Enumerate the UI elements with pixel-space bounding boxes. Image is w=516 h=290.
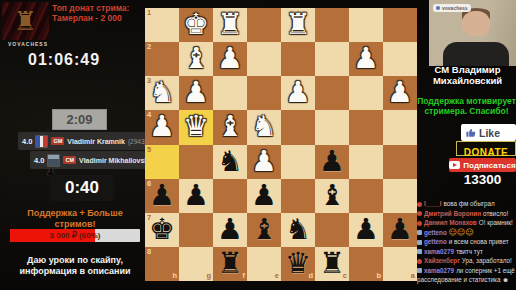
square-e2[interactable] [247,42,281,76]
rank-label-2: 2 [147,43,151,51]
rank-label-1: 1 [147,9,151,17]
square-a7[interactable]: ♟ [383,213,417,247]
square-b8[interactable]: b [349,247,383,281]
file-label-g: g [206,272,211,280]
donation-progress-bar: 3 000 ₽ (60%) [10,229,140,242]
chat-username[interactable]: xama0279 [424,248,454,255]
title-badge-bottom: CM [63,156,76,164]
title-badge-top: GM [51,137,64,145]
black-queen: ♛ [281,247,315,281]
player-bar-top: 4.0 GM Vladimir Kramnik (2943) [18,132,147,150]
square-d4[interactable] [281,110,315,144]
like-label: Like [479,127,500,139]
white-pawn: ♟ [383,76,417,110]
square-d1[interactable]: ♜ [281,8,315,42]
square-e5[interactable]: ♟ [247,145,281,179]
square-a4[interactable] [383,110,417,144]
chat-text: ли соперник +1 ещё [456,267,515,274]
square-c5[interactable]: ♟ [315,145,349,179]
logo-rook-icon: ♜ [14,6,37,36]
square-f3[interactable] [213,76,247,110]
white-knight: ♞ [247,110,281,144]
player-flag-icon [35,135,48,148]
blue-badge-icon [417,230,422,235]
square-b6[interactable] [349,179,383,213]
chat-message: getteno☺☺☺ [417,228,516,238]
square-f5[interactable]: ♞ [213,145,247,179]
chat-text: расследование и статистика ☻ [417,276,509,283]
donate-label: DONATE [464,147,508,158]
subscribe-label: Подписаться [463,161,515,170]
blue-badge-icon [417,268,422,273]
white-pawn: ♟ [349,42,383,76]
black-rook: ♜ [213,247,247,281]
square-c2[interactable] [315,42,349,76]
chat-message: ХайзенбергУра, заработало! [417,256,516,266]
red-badge-icon [417,221,422,226]
chat-message: Дмитрий Воронинотвисло! [417,209,516,219]
black-pawn: ♟ [179,179,213,213]
square-f1[interactable]: ♜ [213,8,247,42]
black-pawn: ♟ [315,145,349,179]
donate-button[interactable]: DONATE [456,141,516,156]
support-note-line2: стримера. Спасибо! [417,106,516,116]
white-bishop: ♝ [179,42,213,76]
file-label-a: a [411,272,415,280]
square-e6[interactable]: ♟ [247,179,281,213]
support-note-line1: Поддержка мотивирует [417,96,516,106]
square-a3[interactable]: ♟ [383,76,417,110]
support-note: Поддержка мотивирует стримера. Спасибо! [417,96,516,116]
square-b1[interactable] [349,8,383,42]
black-bishop: ♝ [315,179,349,213]
chess-board: 1♚♜♜2♝♟♟3♞♟♟♟4♟♛♝♞5♞♟♟6♟♟♟♝7♚♟♝♞♟♟8hgf♜e… [145,8,417,281]
blue-badge-icon [417,240,422,245]
thumbs-up-icon [465,127,476,138]
lessons-note: Даю уроки по скайпу, информация в описан… [4,255,146,277]
square-g7[interactable] [179,213,213,247]
player-name-top: Vladimir Kramnik [67,138,125,145]
support-headline: Поддержка + Больше стримов! [6,208,144,229]
square-h7[interactable]: 7♚ [145,213,179,247]
chat-text: и всем снова привет [449,238,509,245]
square-d8[interactable]: d♛ [281,247,315,281]
square-b2[interactable]: ♟ [349,42,383,76]
white-queen: ♛ [179,110,213,144]
square-g1[interactable]: ♚ [179,8,213,42]
chat-text: твитч тут [456,248,483,255]
black-pawn: ♟ [247,179,281,213]
square-c8[interactable]: c♜ [315,247,349,281]
clock-top-player: 2:09 [52,109,107,130]
square-g6[interactable]: ♟ [179,179,213,213]
square-a2[interactable] [383,42,417,76]
chat-username[interactable]: xama0279 [424,267,454,274]
streamer-face [462,11,490,36]
file-label-b: b [376,272,381,280]
youtube-play-icon [449,161,460,169]
rank-label-5: 5 [147,146,151,154]
score-bottom: 4.0 [34,156,44,165]
chat-username[interactable]: Дмитрий Воронин [424,210,481,217]
square-f7[interactable]: ♟ [213,213,247,247]
square-b3[interactable] [349,76,383,110]
chat-username[interactable]: Хайзенберг [424,257,460,264]
top-donation: Топ донат стрима: Тамерлан - 2 000 [52,3,144,23]
black-pawn: ♟ [349,213,383,247]
square-d7[interactable]: ♞ [281,213,315,247]
square-e1[interactable] [247,8,281,42]
square-f6[interactable] [213,179,247,213]
black-pawn: ♟ [145,179,179,213]
blue-badge-icon [417,249,422,254]
white-knight: ♞ [145,76,179,110]
black-pawn: ♟ [383,213,417,247]
black-knight: ♞ [213,145,247,179]
chat-username[interactable]: Даниил Монахов [424,219,477,226]
white-rook: ♜ [281,8,315,42]
square-f4[interactable]: ♝ [213,110,247,144]
score-top: 4.0 [22,137,32,146]
webcam-badge-icon [436,6,440,10]
player-rating-top: (2943) [128,138,147,145]
player-name-bottom: Vladimir Mikhailovsky [79,157,152,164]
square-e3[interactable] [247,76,281,110]
rank-label-8: 8 [147,248,151,256]
red-badge-icon [417,211,422,216]
white-bishop: ♝ [213,110,247,144]
streamer-body [443,42,509,66]
square-g4[interactable]: ♛ [179,110,213,144]
top-donation-value: Тамерлан - 2 000 [52,13,144,23]
black-knight: ♞ [281,213,315,247]
square-c1[interactable] [315,8,349,42]
white-pawn: ♟ [179,76,213,110]
square-c7[interactable] [315,213,349,247]
session-timer: 01:06:49 [28,51,100,69]
square-h4[interactable]: 4♟ [145,110,179,144]
white-pawn: ♟ [213,42,247,76]
channel-name: VOVACHESS [2,41,54,47]
square-b5[interactable] [349,145,383,179]
square-d5[interactable] [281,145,315,179]
chat-text: О! крамник! [479,219,513,226]
square-g2[interactable]: ♝ [179,42,213,76]
square-b4[interactable] [349,110,383,144]
square-g5[interactable] [179,145,213,179]
stream-background: ♜ VOVACHESS Топ донат стрима: Тамерлан -… [0,0,516,290]
streamer-caption-line2: Михайловский [419,75,516,86]
square-e4[interactable]: ♞ [247,110,281,144]
square-b7[interactable]: ♟ [349,213,383,247]
black-rook: ♜ [315,247,349,281]
square-g3[interactable]: ♟ [179,76,213,110]
square-e8[interactable]: e [247,247,281,281]
chat-message: расследование и статистика ☻ [417,275,516,285]
subscriber-count: 13300 [449,172,516,187]
like-button[interactable]: Like [461,124,516,141]
red-badge-icon [417,202,422,207]
chat-emotes: ☺☺☺ [449,228,474,237]
streamer-caption: СМ Владимир Михайловский [419,64,516,86]
square-c6[interactable]: ♝ [315,179,349,213]
white-king: ♚ [179,8,213,42]
square-c4[interactable] [315,110,349,144]
white-pawn: ♟ [145,110,179,144]
square-h6[interactable]: 6♟ [145,179,179,213]
square-a6[interactable] [383,179,417,213]
square-e7[interactable]: ♝ [247,213,281,247]
subscribe-button[interactable]: Подписаться [449,158,516,172]
webcam-badge: vovachess [433,4,471,12]
square-c3[interactable] [315,76,349,110]
channel-logo: ♜ [2,2,49,40]
white-pawn: ♟ [281,76,315,110]
square-h2[interactable]: 2 [145,42,179,76]
square-f8[interactable]: f♜ [213,247,247,281]
square-h3[interactable]: 3♞ [145,76,179,110]
square-h5[interactable]: 5 [145,145,179,179]
black-king: ♚ [145,213,179,247]
file-label-e: e [275,272,279,280]
webcam-badge-text: vovachess [442,5,468,11]
clock-bottom-player: 0:40 [50,175,114,201]
support-headline-line2: стримов! [6,219,144,230]
square-f2[interactable]: ♟ [213,42,247,76]
chat-message: Даниил МонаховО! крамник! [417,218,516,228]
support-headline-line1: Поддержка + Больше [6,208,144,219]
black-bishop: ♝ [247,213,281,247]
square-g8[interactable]: g [179,247,213,281]
square-h1[interactable]: 1 [145,8,179,42]
top-donation-label: Топ донат стрима: [52,3,144,13]
chat-feed: I____Iвова фм обыгралДмитрий Воронинотви… [417,199,516,285]
chat-text: вова фм обыграл [444,200,495,207]
square-d2[interactable] [281,42,315,76]
chat-message: I____Iвова фм обыграл [417,199,516,209]
square-a5[interactable] [383,145,417,179]
white-rook: ♜ [213,8,247,42]
chat-username[interactable]: getteno [424,238,447,245]
square-d6[interactable] [281,179,315,213]
square-d3[interactable]: ♟ [281,76,315,110]
chat-message: gettenoи всем снова привет [417,237,516,247]
chat-text: Ура, заработало! [462,257,512,264]
square-a1[interactable] [383,8,417,42]
square-h8[interactable]: 8h [145,247,179,281]
chat-username[interactable]: I____I [424,200,442,207]
donation-progress-text: 3 000 ₽ (60%) [10,229,140,242]
chat-message: xama0279ли соперник +1 ещё [417,266,516,276]
red-badge-icon [417,259,422,264]
lessons-line1: Даю уроки по скайпу, [4,255,146,266]
square-a8[interactable]: a [383,247,417,281]
lessons-line2: информация в описании [4,266,146,277]
streamer-caption-line1: СМ Владимир [419,64,516,75]
chat-message: xama0279твитч тут [417,247,516,257]
file-label-h: h [172,272,177,280]
white-pawn: ♟ [247,145,281,179]
black-pawn: ♟ [213,213,247,247]
chat-username[interactable]: getteno [424,229,447,236]
chat-text: отвисло! [483,210,508,217]
